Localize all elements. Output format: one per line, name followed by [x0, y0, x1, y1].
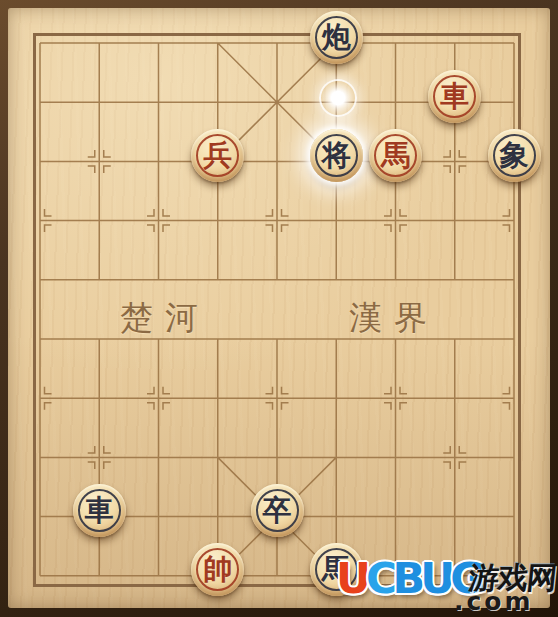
piece-black-cannon[interactable]: 炮 [310, 11, 363, 64]
piece-black-general[interactable]: 将 [310, 129, 363, 182]
piece-red-chariot[interactable]: 車 [428, 70, 481, 123]
piece-black-soldier[interactable]: 卒 [251, 484, 304, 537]
piece-glyph: 象 [488, 129, 541, 182]
piece-red-soldier[interactable]: 兵 [191, 129, 244, 182]
watermark-letter: C [366, 553, 393, 603]
piece-red-horse[interactable]: 馬 [369, 129, 422, 182]
piece-black-elephant[interactable]: 象 [488, 129, 541, 182]
watermark-letter: U [336, 553, 366, 603]
watermark-domain: .com [454, 587, 534, 616]
piece-glyph: 馬 [369, 129, 422, 182]
watermark-letter: U [420, 553, 450, 603]
piece-glyph: 卒 [251, 484, 304, 537]
piece-glyph: 兵 [191, 129, 244, 182]
watermark-ucbug: UCBUG 游戏网 .com [336, 551, 558, 617]
river-label-chu-he: 楚河 [120, 296, 210, 341]
river-label-han-jie: 漢界 [349, 296, 439, 341]
xiangqi-app: 楚河 漢界 炮車兵将馬象車卒帥馬 UCBUG 游戏网 .com [0, 0, 558, 617]
watermark-letter: B [392, 553, 420, 603]
piece-glyph: 将 [310, 129, 363, 182]
piece-red-general[interactable]: 帥 [191, 543, 244, 596]
piece-black-chariot[interactable]: 車 [73, 484, 126, 537]
piece-glyph: 車 [428, 70, 481, 123]
piece-glyph: 車 [73, 484, 126, 537]
piece-glyph: 帥 [191, 543, 244, 596]
piece-glyph: 炮 [310, 11, 363, 64]
